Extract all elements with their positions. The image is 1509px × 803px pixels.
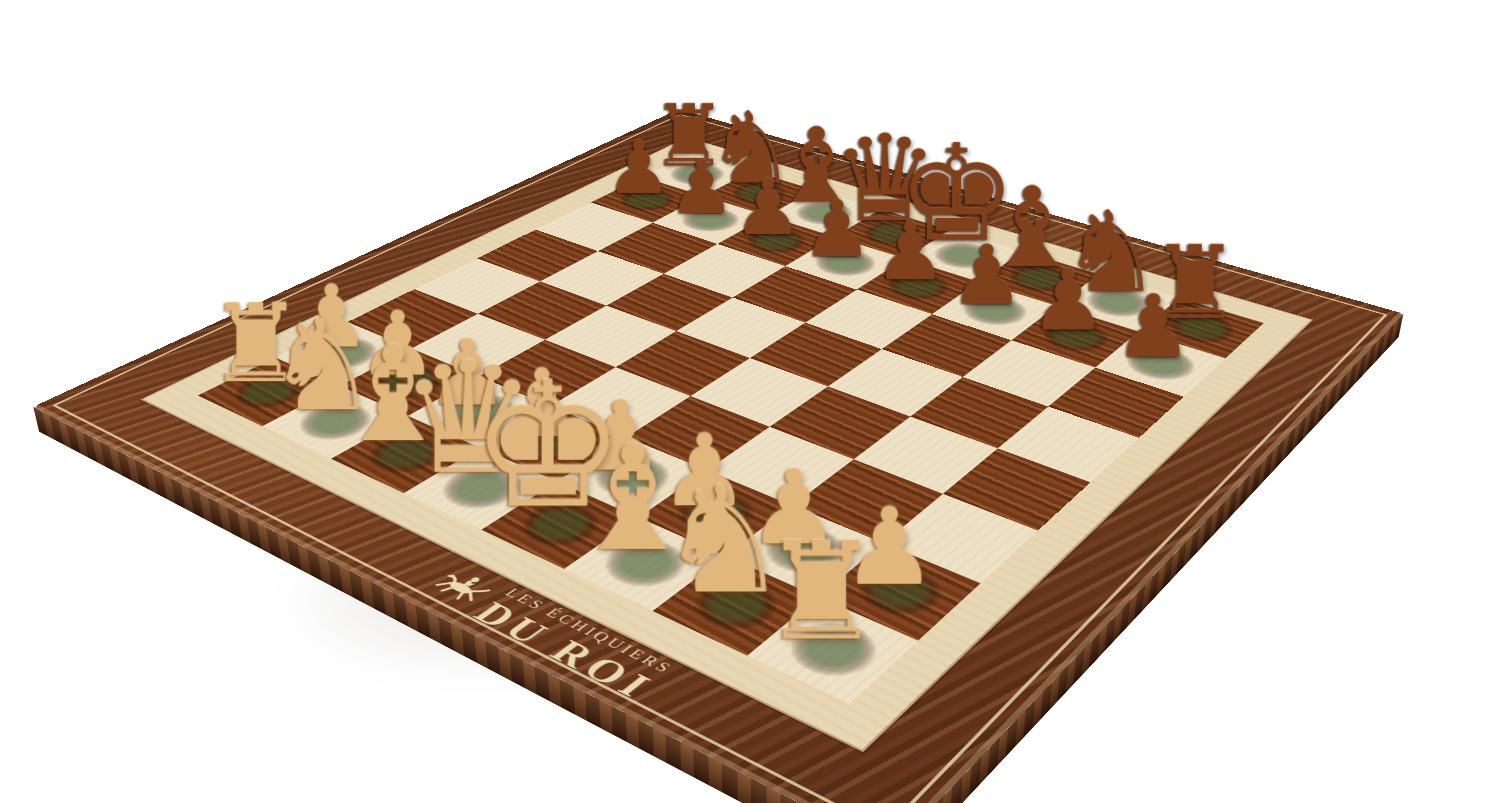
chess-board: ♜♞♝♛♚♝♞♜♟♟♟♟♟♟♟♟♟♟♟♟♟♟♟♟♜♞♝♛♚♝♞♜ LES ÉCH… <box>33 109 1403 803</box>
maple-border-band: ♜♞♝♛♚♝♞♜♟♟♟♟♟♟♟♟♟♟♟♟♟♟♟♟♜♞♝♛♚♝♞♜ <box>140 137 1313 752</box>
product-photo-canvas: { "game": "chess", "scene_description": … <box>0 0 1509 803</box>
scene: ♜♞♝♛♚♝♞♜♟♟♟♟♟♟♟♟♟♟♟♟♟♟♟♟♜♞♝♛♚♝♞♜ LES ÉCH… <box>0 0 1509 803</box>
square-h7[interactable]: ♟ <box>1095 332 1225 397</box>
square-h1[interactable]: ♜ <box>747 597 918 704</box>
playing-grid: ♜♞♝♛♚♝♞♜♟♟♟♟♟♟♟♟♟♟♟♟♟♟♟♟♜♞♝♛♚♝♞♜ <box>198 153 1264 704</box>
white-rook[interactable]: ♜ <box>717 523 925 658</box>
black-pawn[interactable]: ♟ <box>1072 282 1234 369</box>
horse-and-rider-icon <box>420 565 502 612</box>
